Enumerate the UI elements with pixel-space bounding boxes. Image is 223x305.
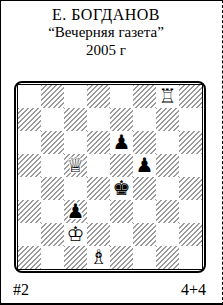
piece-black-pawn-f5: ♟ bbox=[136, 154, 154, 177]
square-a3 bbox=[18, 200, 41, 223]
square-g4 bbox=[156, 177, 179, 200]
square-h1 bbox=[179, 246, 202, 269]
square-b7 bbox=[41, 108, 64, 131]
square-b3 bbox=[41, 200, 64, 223]
square-c3: ♟ bbox=[64, 200, 87, 223]
square-e6: ♟ bbox=[110, 131, 133, 154]
square-f6 bbox=[133, 131, 156, 154]
square-c8 bbox=[64, 85, 87, 108]
square-b1 bbox=[41, 246, 64, 269]
square-g3 bbox=[156, 200, 179, 223]
square-a6 bbox=[18, 131, 41, 154]
square-c4 bbox=[64, 177, 87, 200]
square-a4 bbox=[18, 177, 41, 200]
square-d6 bbox=[87, 131, 110, 154]
square-f7 bbox=[133, 108, 156, 131]
square-e8 bbox=[110, 85, 133, 108]
square-g1 bbox=[156, 246, 179, 269]
square-g7 bbox=[156, 108, 179, 131]
square-e1 bbox=[110, 246, 133, 269]
square-h8 bbox=[179, 85, 202, 108]
square-f4 bbox=[133, 177, 156, 200]
square-f1 bbox=[133, 246, 156, 269]
square-a7 bbox=[18, 108, 41, 131]
problem-card: Е. БОГДАНОВ “Вечерняя газета” 2005 г ♖♟♕… bbox=[0, 0, 223, 305]
square-c2: ♔ bbox=[64, 223, 87, 246]
square-b4 bbox=[41, 177, 64, 200]
square-d2 bbox=[87, 223, 110, 246]
publication-year: 2005 г bbox=[1, 42, 211, 59]
problem-footer: #2 4+4 bbox=[13, 281, 206, 299]
publication-source: “Вечерняя газета” bbox=[1, 24, 211, 41]
square-d8 bbox=[87, 85, 110, 108]
square-b2 bbox=[41, 223, 64, 246]
stipulation-label: #2 bbox=[13, 281, 29, 299]
square-d7 bbox=[87, 108, 110, 131]
square-c1 bbox=[64, 246, 87, 269]
square-e3 bbox=[110, 200, 133, 223]
square-h7 bbox=[179, 108, 202, 131]
square-e7 bbox=[110, 108, 133, 131]
piece-white-king-c2: ♔ bbox=[67, 223, 85, 246]
square-c5: ♕ bbox=[64, 154, 87, 177]
piece-white-bishop-d1: ♗ bbox=[90, 246, 108, 269]
square-a8 bbox=[18, 85, 41, 108]
square-f8 bbox=[133, 85, 156, 108]
material-count-label: 4+4 bbox=[181, 281, 206, 299]
piece-black-pawn-e6: ♟ bbox=[113, 131, 131, 154]
chessboard-frame: ♖♟♕♟♚♟♔♗ bbox=[14, 81, 206, 273]
piece-white-queen-c5: ♕ bbox=[67, 154, 85, 177]
square-e5 bbox=[110, 154, 133, 177]
square-a2 bbox=[18, 223, 41, 246]
square-a5 bbox=[18, 154, 41, 177]
square-h2 bbox=[179, 223, 202, 246]
square-h6 bbox=[179, 131, 202, 154]
chessboard-inner-frame: ♖♟♕♟♚♟♔♗ bbox=[17, 84, 203, 270]
square-h4 bbox=[179, 177, 202, 200]
square-g5 bbox=[156, 154, 179, 177]
square-d4 bbox=[87, 177, 110, 200]
square-h5 bbox=[179, 154, 202, 177]
author-name: Е. БОГДАНОВ bbox=[1, 6, 211, 24]
piece-black-pawn-c3: ♟ bbox=[67, 200, 85, 223]
square-b5 bbox=[41, 154, 64, 177]
square-g8: ♖ bbox=[156, 85, 179, 108]
square-d1: ♗ bbox=[87, 246, 110, 269]
square-d5 bbox=[87, 154, 110, 177]
square-b8 bbox=[41, 85, 64, 108]
square-f5: ♟ bbox=[133, 154, 156, 177]
square-f3 bbox=[133, 200, 156, 223]
problem-header: Е. БОГДАНОВ “Вечерняя газета” 2005 г bbox=[1, 6, 211, 59]
square-e2 bbox=[110, 223, 133, 246]
square-g6 bbox=[156, 131, 179, 154]
square-f2 bbox=[133, 223, 156, 246]
square-b6 bbox=[41, 131, 64, 154]
square-a1 bbox=[18, 246, 41, 269]
square-d3 bbox=[87, 200, 110, 223]
piece-black-king-e4: ♚ bbox=[113, 177, 131, 200]
square-e4: ♚ bbox=[110, 177, 133, 200]
board: ♖♟♕♟♚♟♔♗ bbox=[18, 85, 202, 269]
square-c6 bbox=[64, 131, 87, 154]
square-g2 bbox=[156, 223, 179, 246]
square-c7 bbox=[64, 108, 87, 131]
piece-white-rook-g8: ♖ bbox=[159, 85, 177, 108]
square-h3 bbox=[179, 200, 202, 223]
